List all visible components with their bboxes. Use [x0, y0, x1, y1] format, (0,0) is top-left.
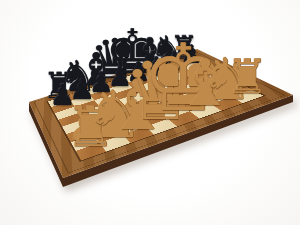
chess-photo-scene: ♜♞♝♛♚♝♞♜♟♟♟♟♟♟♟♟♟♟♟♟♟♟♟♟♜♞♝♛♚♝♞♜: [0, 0, 300, 225]
piece-white-rook-h1[interactable]: ♜: [226, 53, 268, 100]
pieces-layer: ♜♞♝♛♚♝♞♜♟♟♟♟♟♟♟♟♟♟♟♟♟♟♟♟♜♞♝♛♚♝♞♜: [0, 0, 300, 225]
